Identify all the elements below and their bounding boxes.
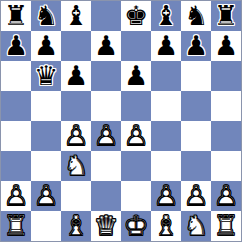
square-h6[interactable]: [211, 61, 241, 91]
square-e3[interactable]: [121, 151, 151, 181]
piece-black-knight[interactable]: ♞: [31, 1, 61, 31]
square-h4[interactable]: [211, 121, 241, 151]
piece-white-rook[interactable]: ♜♖: [1, 211, 31, 241]
piece-white-pawn[interactable]: ♟♙: [211, 181, 241, 211]
white-piece-outline: ♙: [181, 181, 211, 211]
square-d7[interactable]: ♟: [91, 31, 121, 61]
piece-white-pawn[interactable]: ♟♙: [181, 181, 211, 211]
square-f5[interactable]: [151, 91, 181, 121]
square-c4[interactable]: ♟♙: [61, 121, 91, 151]
square-e1[interactable]: ♚♔: [121, 211, 151, 241]
square-c7[interactable]: [61, 31, 91, 61]
piece-black-rook[interactable]: ♜: [1, 1, 31, 31]
piece-black-pawn[interactable]: ♟: [121, 61, 151, 91]
piece-black-bishop[interactable]: ♝: [151, 1, 181, 31]
square-e7[interactable]: [121, 31, 151, 61]
square-a5[interactable]: [1, 91, 31, 121]
white-piece-outline: ♘: [181, 211, 211, 241]
white-piece-outline: ♗: [61, 211, 91, 241]
square-g8[interactable]: ♞: [181, 1, 211, 31]
piece-black-knight[interactable]: ♞: [181, 1, 211, 31]
square-g6[interactable]: [181, 61, 211, 91]
square-f2[interactable]: ♟♙: [151, 181, 181, 211]
square-c8[interactable]: ♝: [61, 1, 91, 31]
piece-black-pawn[interactable]: ♟: [31, 31, 61, 61]
white-piece-outline: ♙: [151, 181, 181, 211]
square-h5[interactable]: [211, 91, 241, 121]
piece-white-pawn[interactable]: ♟♙: [31, 181, 61, 211]
square-f8[interactable]: ♝: [151, 1, 181, 31]
square-d3[interactable]: [91, 151, 121, 181]
white-piece-outline: ♙: [211, 181, 241, 211]
square-a7[interactable]: ♟: [1, 31, 31, 61]
piece-black-king[interactable]: ♚: [121, 1, 151, 31]
square-e5[interactable]: [121, 91, 151, 121]
square-a1[interactable]: ♜♖: [1, 211, 31, 241]
chess-board: ♜♞♝♚♝♞♜♟♟♟♟♟♟♛♟♟♟♙♟♙♟♙♞♘♟♙♟♙♟♙♟♙♟♙♜♖♝♗♛♕…: [0, 0, 242, 242]
piece-white-knight[interactable]: ♞♘: [181, 211, 211, 241]
square-d6[interactable]: [91, 61, 121, 91]
piece-white-queen[interactable]: ♛♕: [91, 211, 121, 241]
square-a2[interactable]: ♟♙: [1, 181, 31, 211]
piece-black-pawn[interactable]: ♟: [181, 31, 211, 61]
piece-black-pawn[interactable]: ♟: [211, 31, 241, 61]
square-e6[interactable]: ♟: [121, 61, 151, 91]
white-piece-outline: ♙: [61, 121, 91, 151]
square-g4[interactable]: [181, 121, 211, 151]
square-f7[interactable]: ♟: [151, 31, 181, 61]
square-b4[interactable]: [31, 121, 61, 151]
white-piece-outline: ♗: [151, 211, 181, 241]
piece-black-pawn[interactable]: ♟: [91, 31, 121, 61]
piece-white-pawn[interactable]: ♟♙: [151, 181, 181, 211]
square-b5[interactable]: [31, 91, 61, 121]
square-e4[interactable]: ♟♙: [121, 121, 151, 151]
piece-black-pawn[interactable]: ♟: [151, 31, 181, 61]
square-b1[interactable]: [31, 211, 61, 241]
square-d2[interactable]: [91, 181, 121, 211]
white-piece-outline: ♙: [31, 181, 61, 211]
square-d4[interactable]: ♟♙: [91, 121, 121, 151]
square-g2[interactable]: ♟♙: [181, 181, 211, 211]
square-d5[interactable]: [91, 91, 121, 121]
square-g7[interactable]: ♟: [181, 31, 211, 61]
square-h1[interactable]: ♜♖: [211, 211, 241, 241]
piece-white-pawn[interactable]: ♟♙: [61, 121, 91, 151]
piece-white-pawn[interactable]: ♟♙: [1, 181, 31, 211]
square-a3[interactable]: [1, 151, 31, 181]
white-piece-outline: ♕: [91, 211, 121, 241]
white-piece-outline: ♙: [1, 181, 31, 211]
square-d1[interactable]: ♛♕: [91, 211, 121, 241]
square-f6[interactable]: [151, 61, 181, 91]
piece-white-king[interactable]: ♚♔: [121, 211, 151, 241]
piece-white-knight[interactable]: ♞♘: [61, 151, 91, 181]
piece-black-pawn[interactable]: ♟: [1, 31, 31, 61]
piece-white-rook[interactable]: ♜♖: [211, 211, 241, 241]
square-c1[interactable]: ♝♗: [61, 211, 91, 241]
square-f3[interactable]: [151, 151, 181, 181]
square-b7[interactable]: ♟: [31, 31, 61, 61]
square-a8[interactable]: ♜: [1, 1, 31, 31]
piece-black-pawn[interactable]: ♟: [61, 61, 91, 91]
square-c6[interactable]: ♟: [61, 61, 91, 91]
square-f1[interactable]: ♝♗: [151, 211, 181, 241]
square-h8[interactable]: ♜: [211, 1, 241, 31]
square-c3[interactable]: ♞♘: [61, 151, 91, 181]
square-f4[interactable]: [151, 121, 181, 151]
square-g5[interactable]: [181, 91, 211, 121]
piece-black-bishop[interactable]: ♝: [61, 1, 91, 31]
square-a4[interactable]: [1, 121, 31, 151]
square-b8[interactable]: ♞: [31, 1, 61, 31]
square-e2[interactable]: [121, 181, 151, 211]
square-h7[interactable]: ♟: [211, 31, 241, 61]
square-g3[interactable]: [181, 151, 211, 181]
square-c2[interactable]: [61, 181, 91, 211]
white-piece-outline: ♔: [121, 211, 151, 241]
white-piece-outline: ♖: [211, 211, 241, 241]
square-d8[interactable]: [91, 1, 121, 31]
white-piece-outline: ♙: [121, 121, 151, 151]
square-g1[interactable]: ♞♘: [181, 211, 211, 241]
square-a6[interactable]: [1, 61, 31, 91]
white-piece-outline: ♙: [91, 121, 121, 151]
piece-white-bishop[interactable]: ♝♗: [61, 211, 91, 241]
square-b6[interactable]: ♛: [31, 61, 61, 91]
piece-white-bishop[interactable]: ♝♗: [151, 211, 181, 241]
piece-black-rook[interactable]: ♜: [211, 1, 241, 31]
piece-white-pawn[interactable]: ♟♙: [121, 121, 151, 151]
square-h3[interactable]: [211, 151, 241, 181]
white-piece-outline: ♘: [61, 151, 91, 181]
square-b2[interactable]: ♟♙: [31, 181, 61, 211]
square-b3[interactable]: [31, 151, 61, 181]
piece-white-pawn[interactable]: ♟♙: [91, 121, 121, 151]
square-c5[interactable]: [61, 91, 91, 121]
square-h2[interactable]: ♟♙: [211, 181, 241, 211]
white-piece-outline: ♖: [1, 211, 31, 241]
square-e8[interactable]: ♚: [121, 1, 151, 31]
piece-black-queen[interactable]: ♛: [31, 61, 61, 91]
